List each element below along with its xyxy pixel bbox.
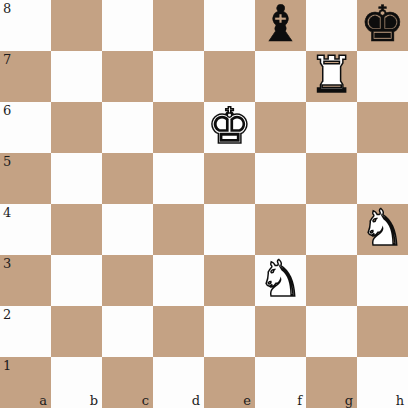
rank-label-6: 6 (3, 104, 11, 117)
square-h7[interactable] (357, 51, 408, 102)
file-label-g: g (345, 394, 353, 407)
square-d2[interactable] (153, 306, 204, 357)
square-a3[interactable]: 3 (0, 255, 51, 306)
square-d7[interactable] (153, 51, 204, 102)
square-e2[interactable] (204, 306, 255, 357)
square-c6[interactable] (102, 102, 153, 153)
square-h4[interactable]: ♞ (357, 204, 408, 255)
square-f2[interactable] (255, 306, 306, 357)
square-b8[interactable] (51, 0, 102, 51)
rank-label-5: 5 (3, 155, 11, 168)
square-f3[interactable]: ♞ (255, 255, 306, 306)
square-c1[interactable]: c (102, 357, 153, 408)
square-c8[interactable] (102, 0, 153, 51)
square-e6[interactable]: ♚ (204, 102, 255, 153)
square-f5[interactable] (255, 153, 306, 204)
rank-label-2: 2 (3, 308, 11, 321)
piece-black-king[interactable]: ♚ (360, 0, 405, 50)
square-a5[interactable]: 5 (0, 153, 51, 204)
square-e8[interactable] (204, 0, 255, 51)
piece-white-knight[interactable]: ♞ (258, 254, 303, 305)
piece-black-bishop[interactable]: ♝ (258, 0, 303, 50)
square-c4[interactable] (102, 204, 153, 255)
square-g3[interactable] (306, 255, 357, 306)
rank-label-3: 3 (3, 257, 11, 270)
square-d8[interactable] (153, 0, 204, 51)
square-a6[interactable]: 6 (0, 102, 51, 153)
square-b1[interactable]: b (51, 357, 102, 408)
square-e3[interactable] (204, 255, 255, 306)
file-label-e: e (243, 394, 251, 407)
file-label-c: c (142, 394, 149, 407)
square-a2[interactable]: 2 (0, 306, 51, 357)
rank-label-1: 1 (3, 359, 11, 372)
file-label-d: d (192, 394, 200, 407)
piece-white-king[interactable]: ♚ (207, 101, 252, 152)
square-d3[interactable] (153, 255, 204, 306)
file-label-f: f (297, 394, 302, 407)
square-b3[interactable] (51, 255, 102, 306)
square-b2[interactable] (51, 306, 102, 357)
square-h2[interactable] (357, 306, 408, 357)
square-b5[interactable] (51, 153, 102, 204)
square-f7[interactable] (255, 51, 306, 102)
square-d5[interactable] (153, 153, 204, 204)
rank-label-4: 4 (3, 206, 11, 219)
square-b7[interactable] (51, 51, 102, 102)
file-label-b: b (90, 394, 98, 407)
square-a4[interactable]: 4 (0, 204, 51, 255)
square-f8[interactable]: ♝ (255, 0, 306, 51)
square-g7[interactable]: ♜ (306, 51, 357, 102)
square-g6[interactable] (306, 102, 357, 153)
square-e4[interactable] (204, 204, 255, 255)
square-b4[interactable] (51, 204, 102, 255)
square-d4[interactable] (153, 204, 204, 255)
square-h3[interactable] (357, 255, 408, 306)
square-c5[interactable] (102, 153, 153, 204)
rank-label-7: 7 (3, 53, 11, 66)
square-c3[interactable] (102, 255, 153, 306)
square-e5[interactable] (204, 153, 255, 204)
square-f6[interactable] (255, 102, 306, 153)
square-e7[interactable] (204, 51, 255, 102)
chess-board: 8♝♚7♜6♚54♞3♞21abcdefgh (0, 0, 408, 408)
square-c7[interactable] (102, 51, 153, 102)
square-h8[interactable]: ♚ (357, 0, 408, 51)
square-e1[interactable]: e (204, 357, 255, 408)
square-g2[interactable] (306, 306, 357, 357)
square-g8[interactable] (306, 0, 357, 51)
piece-white-rook[interactable]: ♜ (309, 50, 354, 101)
file-label-a: a (39, 394, 47, 407)
square-h1[interactable]: h (357, 357, 408, 408)
square-a7[interactable]: 7 (0, 51, 51, 102)
square-a1[interactable]: 1a (0, 357, 51, 408)
square-d1[interactable]: d (153, 357, 204, 408)
piece-white-knight[interactable]: ♞ (360, 203, 405, 254)
file-label-h: h (396, 394, 404, 407)
square-c2[interactable] (102, 306, 153, 357)
square-a8[interactable]: 8 (0, 0, 51, 51)
square-h5[interactable] (357, 153, 408, 204)
square-g5[interactable] (306, 153, 357, 204)
square-b6[interactable] (51, 102, 102, 153)
square-f4[interactable] (255, 204, 306, 255)
square-h6[interactable] (357, 102, 408, 153)
rank-label-8: 8 (3, 2, 11, 15)
square-g1[interactable]: g (306, 357, 357, 408)
square-g4[interactable] (306, 204, 357, 255)
square-d6[interactable] (153, 102, 204, 153)
square-f1[interactable]: f (255, 357, 306, 408)
